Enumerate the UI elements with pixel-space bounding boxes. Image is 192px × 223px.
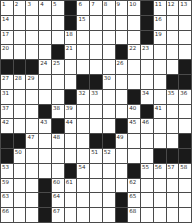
clue-number: 20 — [2, 45, 9, 51]
white-cell-r2-c8[interactable] — [90, 16, 102, 30]
white-cell-r7-c4[interactable] — [39, 90, 51, 104]
clue-number: 25 — [53, 60, 60, 66]
white-cell-r7-c12[interactable]: 34 — [141, 90, 153, 104]
white-cell-r4-c4[interactable] — [39, 45, 51, 59]
white-cell-r11-c7[interactable] — [77, 149, 89, 163]
white-cell-r7-c8[interactable]: 33 — [90, 90, 102, 104]
white-cell-r12-c5[interactable] — [52, 164, 64, 178]
white-cell-r1-c8[interactable]: 7 — [90, 1, 102, 15]
white-cell-r14-c11[interactable]: 65 — [128, 193, 140, 207]
white-cell-r11-c5[interactable] — [52, 149, 64, 163]
white-cell-r12-c4[interactable] — [39, 164, 51, 178]
white-cell-r14-c1[interactable]: 63 — [1, 193, 13, 207]
white-cell-r15-c13[interactable] — [154, 208, 166, 222]
white-cell-r3-c14[interactable] — [167, 31, 179, 45]
black-cell-r10-c15 — [179, 134, 191, 148]
black-cell-r2-c6 — [65, 16, 77, 30]
clue-number: 9 — [117, 1, 121, 7]
clue-number: 51 — [91, 149, 98, 155]
clue-number: 1 — [2, 1, 6, 7]
clue-number: 53 — [2, 164, 9, 170]
black-cell-r12-c6 — [65, 164, 77, 178]
white-cell-r9-c3[interactable] — [26, 119, 38, 133]
black-cell-r5-c15 — [179, 60, 191, 74]
white-cell-r6-c3[interactable]: 29 — [26, 75, 38, 89]
black-cell-r11-c13 — [154, 149, 166, 163]
white-cell-r6-c1[interactable]: 27 — [1, 75, 13, 89]
white-cell-r9-c7[interactable] — [77, 119, 89, 133]
white-cell-r4-c3[interactable] — [26, 45, 38, 59]
clue-number: 33 — [91, 90, 98, 96]
white-cell-r8-c9[interactable] — [103, 105, 115, 119]
white-cell-r11-c2[interactable]: 50 — [14, 149, 26, 163]
white-cell-r5-c8[interactable] — [90, 60, 102, 74]
white-cell-r6-c2[interactable]: 28 — [14, 75, 26, 89]
white-cell-r12-c15[interactable]: 58 — [179, 164, 191, 178]
white-cell-r9-c15[interactable] — [179, 119, 191, 133]
crossword-grid: 1234567891011121314151617181920212223242… — [0, 0, 192, 223]
white-cell-r4-c1[interactable]: 20 — [1, 45, 13, 59]
black-cell-r6-c8 — [90, 75, 102, 89]
white-cell-r5-c7[interactable] — [77, 60, 89, 74]
white-cell-r2-c10[interactable] — [116, 16, 128, 30]
white-cell-r8-c11[interactable]: 40 — [128, 105, 140, 119]
clue-number: 6 — [78, 1, 82, 7]
white-cell-r12-c12[interactable]: 55 — [141, 164, 153, 178]
white-cell-r15-c7[interactable] — [77, 208, 89, 222]
black-cell-r8-c4 — [39, 105, 51, 119]
black-cell-r10-c9 — [103, 134, 115, 148]
white-cell-r2-c1[interactable]: 14 — [1, 16, 13, 30]
white-cell-r3-c3[interactable] — [26, 31, 38, 45]
clue-number: 57 — [168, 164, 175, 170]
clue-number: 11 — [155, 1, 162, 7]
white-cell-r7-c2[interactable] — [14, 90, 26, 104]
white-cell-r7-c3[interactable] — [26, 90, 38, 104]
white-cell-r15-c2[interactable] — [14, 208, 26, 222]
black-cell-r3-c12 — [141, 31, 153, 45]
clue-number: 67 — [53, 208, 60, 214]
white-cell-r8-c3[interactable] — [26, 105, 38, 119]
clue-number: 48 — [53, 134, 60, 140]
white-cell-r15-c6[interactable] — [65, 208, 77, 222]
white-cell-r14-c8[interactable] — [90, 193, 102, 207]
white-cell-r8-c15[interactable] — [179, 105, 191, 119]
white-cell-r7-c15[interactable]: 36 — [179, 90, 191, 104]
white-cell-r7-c13[interactable] — [154, 90, 166, 104]
white-cell-r15-c12[interactable] — [141, 208, 153, 222]
white-cell-r12-c10[interactable] — [116, 164, 128, 178]
clue-number: 41 — [155, 105, 162, 111]
clue-number: 8 — [104, 1, 108, 7]
white-cell-r13-c7[interactable] — [77, 179, 89, 193]
black-cell-r9-c10 — [116, 119, 128, 133]
clue-number: 64 — [53, 193, 60, 199]
white-cell-r4-c8[interactable] — [90, 45, 102, 59]
white-cell-r12-c14[interactable]: 57 — [167, 164, 179, 178]
white-cell-r10-c7[interactable] — [77, 134, 89, 148]
white-cell-r14-c14[interactable] — [167, 193, 179, 207]
white-cell-r4-c15[interactable] — [179, 45, 191, 59]
black-cell-r15-c10 — [116, 208, 128, 222]
white-cell-r1-c10[interactable]: 9 — [116, 1, 128, 15]
black-cell-r9-c5 — [52, 119, 64, 133]
clue-number: 29 — [27, 75, 34, 81]
white-cell-r11-c9[interactable]: 52 — [103, 149, 115, 163]
white-cell-r10-c13[interactable] — [154, 134, 166, 148]
white-cell-r3-c4[interactable] — [39, 31, 51, 45]
white-cell-r15-c14[interactable] — [167, 208, 179, 222]
white-cell-r2-c2[interactable] — [14, 16, 26, 30]
clue-number: 16 — [155, 16, 162, 22]
white-cell-r10-c4[interactable] — [39, 134, 51, 148]
clue-number: 28 — [15, 75, 22, 81]
clue-number: 13 — [180, 1, 187, 7]
white-cell-r9-c9[interactable] — [103, 119, 115, 133]
clue-number: 62 — [129, 179, 136, 185]
white-cell-r12-c1[interactable]: 53 — [1, 164, 13, 178]
white-cell-r13-c1[interactable]: 59 — [1, 179, 13, 193]
clue-number: 18 — [66, 31, 73, 37]
white-cell-r9-c1[interactable]: 42 — [1, 119, 13, 133]
white-cell-r3-c9[interactable] — [103, 31, 115, 45]
black-cell-r6-c15 — [179, 75, 191, 89]
white-cell-r6-c12[interactable] — [141, 75, 153, 89]
clue-number: 45 — [129, 119, 136, 125]
white-cell-r14-c9[interactable] — [103, 193, 115, 207]
white-cell-r11-c11[interactable] — [128, 149, 140, 163]
white-cell-r1-c3[interactable]: 3 — [26, 1, 38, 15]
white-cell-r13-c6[interactable]: 61 — [65, 179, 77, 193]
white-cell-r8-c2[interactable] — [14, 105, 26, 119]
clue-number: 59 — [2, 179, 9, 185]
white-cell-r10-c3[interactable]: 47 — [26, 134, 38, 148]
white-cell-r1-c7[interactable]: 6 — [77, 1, 89, 15]
clue-number: 2 — [15, 1, 19, 7]
clue-number: 55 — [142, 164, 149, 170]
clue-number: 42 — [2, 119, 9, 125]
white-cell-r1-c2[interactable]: 2 — [14, 1, 26, 15]
white-cell-r13-c8[interactable] — [90, 179, 102, 193]
white-cell-r9-c4[interactable]: 43 — [39, 119, 51, 133]
white-cell-r11-c10[interactable] — [116, 149, 128, 163]
white-cell-r3-c2[interactable] — [14, 31, 26, 45]
clue-number: 66 — [2, 208, 9, 214]
white-cell-r8-c1[interactable]: 37 — [1, 105, 13, 119]
clue-number: 4 — [40, 1, 44, 7]
white-cell-r13-c15[interactable] — [179, 179, 191, 193]
white-cell-r9-c13[interactable] — [154, 119, 166, 133]
clue-number: 35 — [168, 90, 175, 96]
white-cell-r2-c11[interactable] — [128, 16, 140, 30]
black-cell-r6-c7 — [77, 75, 89, 89]
clue-number: 61 — [66, 179, 73, 185]
white-cell-r10-c11[interactable] — [128, 134, 140, 148]
black-cell-r7-c11 — [128, 90, 140, 104]
white-cell-r7-c5[interactable] — [52, 90, 64, 104]
white-cell-r13-c5[interactable]: 60 — [52, 179, 64, 193]
clue-number: 54 — [78, 164, 85, 170]
white-cell-r7-c1[interactable]: 31 — [1, 90, 13, 104]
white-cell-r6-c5[interactable] — [52, 75, 64, 89]
white-cell-r5-c12[interactable] — [141, 60, 153, 74]
black-cell-r4-c10 — [116, 45, 128, 59]
white-cell-r8-c14[interactable] — [167, 105, 179, 119]
clue-number: 22 — [129, 45, 136, 51]
black-cell-r2-c12 — [141, 16, 153, 30]
clue-number: 3 — [27, 1, 31, 7]
black-cell-r13-c4 — [39, 179, 51, 193]
white-cell-r3-c11[interactable] — [128, 31, 140, 45]
clue-number: 21 — [66, 45, 73, 51]
black-cell-r1-c12 — [141, 1, 153, 15]
clue-number: 50 — [15, 149, 22, 155]
white-cell-r14-c13[interactable] — [154, 193, 166, 207]
white-cell-r13-c13[interactable] — [154, 179, 166, 193]
black-cell-r5-c3 — [26, 60, 38, 74]
white-cell-r6-c13[interactable] — [154, 75, 166, 89]
white-cell-r4-c9[interactable] — [103, 45, 115, 59]
white-cell-r3-c7[interactable] — [77, 31, 89, 45]
white-cell-r4-c7[interactable] — [77, 45, 89, 59]
black-cell-r5-c1 — [1, 60, 13, 74]
clue-number: 30 — [104, 75, 111, 81]
white-cell-r9-c14[interactable] — [167, 119, 179, 133]
white-cell-r9-c12[interactable]: 46 — [141, 119, 153, 133]
white-cell-r5-c14[interactable] — [167, 60, 179, 74]
white-cell-r13-c11[interactable]: 62 — [128, 179, 140, 193]
clue-number: 32 — [78, 90, 85, 96]
white-cell-r14-c3[interactable] — [26, 193, 38, 207]
clue-number: 34 — [142, 90, 149, 96]
black-cell-r12-c11 — [128, 164, 140, 178]
white-cell-r4-c13[interactable] — [154, 45, 166, 59]
white-cell-r4-c6[interactable]: 21 — [65, 45, 77, 59]
white-cell-r2-c7[interactable]: 15 — [77, 16, 89, 30]
clue-number: 56 — [155, 164, 162, 170]
white-cell-r6-c6[interactable] — [65, 75, 77, 89]
clue-number: 65 — [129, 193, 136, 199]
white-cell-r11-c3[interactable] — [26, 149, 38, 163]
clue-number: 38 — [53, 105, 60, 111]
black-cell-r11-c15 — [179, 149, 191, 163]
white-cell-r2-c5[interactable] — [52, 16, 64, 30]
white-cell-r3-c15[interactable] — [179, 31, 191, 45]
white-cell-r12-c2[interactable] — [14, 164, 26, 178]
black-cell-r8-c12 — [141, 105, 153, 119]
white-cell-r7-c10[interactable] — [116, 90, 128, 104]
black-cell-r11-c1 — [1, 149, 13, 163]
white-cell-r14-c2[interactable] — [14, 193, 26, 207]
clue-number: 14 — [2, 16, 9, 22]
clue-number: 19 — [155, 31, 162, 37]
white-cell-r12-c8[interactable] — [90, 164, 102, 178]
white-cell-r8-c10[interactable] — [116, 105, 128, 119]
white-cell-r13-c14[interactable] — [167, 179, 179, 193]
clue-number: 24 — [40, 60, 47, 66]
white-cell-r4-c11[interactable]: 22 — [128, 45, 140, 59]
white-cell-r9-c2[interactable] — [14, 119, 26, 133]
white-cell-r11-c12[interactable] — [141, 149, 153, 163]
white-cell-r15-c3[interactable] — [26, 208, 38, 222]
white-cell-r13-c9[interactable] — [103, 179, 115, 193]
white-cell-r14-c12[interactable] — [141, 193, 153, 207]
white-cell-r3-c13[interactable]: 19 — [154, 31, 166, 45]
white-cell-r6-c11[interactable] — [128, 75, 140, 89]
white-cell-r15-c15[interactable] — [179, 208, 191, 222]
white-cell-r11-c4[interactable] — [39, 149, 51, 163]
black-cell-r14-c10 — [116, 193, 128, 207]
white-cell-r15-c9[interactable] — [103, 208, 115, 222]
clue-number: 23 — [142, 45, 149, 51]
white-cell-r3-c5[interactable] — [52, 31, 64, 45]
white-cell-r12-c7[interactable]: 54 — [77, 164, 89, 178]
white-cell-r8-c6[interactable]: 39 — [65, 105, 77, 119]
white-cell-r15-c11[interactable]: 68 — [128, 208, 140, 222]
clue-number: 47 — [27, 134, 34, 140]
white-cell-r14-c7[interactable] — [77, 193, 89, 207]
white-cell-r2-c3[interactable] — [26, 16, 38, 30]
white-cell-r11-c6[interactable] — [65, 149, 77, 163]
white-cell-r15-c5[interactable]: 67 — [52, 208, 64, 222]
clue-number: 10 — [129, 1, 136, 7]
clue-number: 63 — [2, 193, 9, 199]
white-cell-r9-c8[interactable] — [90, 119, 102, 133]
white-cell-r9-c6[interactable]: 44 — [65, 119, 77, 133]
white-cell-r1-c4[interactable]: 4 — [39, 1, 51, 15]
black-cell-r4-c5 — [52, 45, 64, 59]
clue-number: 60 — [53, 179, 60, 185]
black-cell-r5-c2 — [14, 60, 26, 74]
clue-number: 26 — [117, 60, 124, 66]
white-cell-r13-c3[interactable] — [26, 179, 38, 193]
white-cell-r1-c15[interactable]: 13 — [179, 1, 191, 15]
clue-number: 52 — [104, 149, 111, 155]
white-cell-r8-c8[interactable] — [90, 105, 102, 119]
white-cell-r15-c1[interactable]: 66 — [1, 208, 13, 222]
white-cell-r2-c9[interactable] — [103, 16, 115, 30]
black-cell-r7-c6 — [65, 90, 77, 104]
clue-number: 31 — [2, 90, 9, 96]
white-cell-r5-c11[interactable] — [128, 60, 140, 74]
white-cell-r5-c5[interactable]: 25 — [52, 60, 64, 74]
white-cell-r4-c12[interactable]: 23 — [141, 45, 153, 59]
black-cell-r10-c1 — [1, 134, 13, 148]
white-cell-r10-c6[interactable] — [65, 134, 77, 148]
white-cell-r11-c8[interactable]: 51 — [90, 149, 102, 163]
white-cell-r3-c6[interactable]: 18 — [65, 31, 77, 45]
black-cell-r6-c14 — [167, 75, 179, 89]
white-cell-r2-c15[interactable] — [179, 16, 191, 30]
white-cell-r2-c13[interactable]: 16 — [154, 16, 166, 30]
white-cell-r1-c14[interactable]: 12 — [167, 1, 179, 15]
white-cell-r13-c2[interactable] — [14, 179, 26, 193]
black-cell-r15-c4 — [39, 208, 51, 222]
white-cell-r8-c13[interactable]: 41 — [154, 105, 166, 119]
white-cell-r6-c4[interactable] — [39, 75, 51, 89]
clue-number: 49 — [117, 134, 124, 140]
clue-number: 15 — [78, 16, 85, 22]
white-cell-r12-c13[interactable]: 56 — [154, 164, 166, 178]
white-cell-r1-c5[interactable]: 5 — [52, 1, 64, 15]
white-cell-r14-c5[interactable]: 64 — [52, 193, 64, 207]
clue-number: 7 — [91, 1, 95, 7]
white-cell-r12-c3[interactable] — [26, 164, 38, 178]
white-cell-r3-c1[interactable]: 17 — [1, 31, 13, 45]
clue-number: 44 — [66, 119, 73, 125]
white-cell-r2-c14[interactable] — [167, 16, 179, 30]
white-cell-r5-c4[interactable]: 24 — [39, 60, 51, 74]
white-cell-r13-c12[interactable] — [141, 179, 153, 193]
clue-number: 27 — [2, 75, 9, 81]
white-cell-r9-c11[interactable]: 45 — [128, 119, 140, 133]
black-cell-r10-c8 — [90, 134, 102, 148]
black-cell-r11-c14 — [167, 149, 179, 163]
white-cell-r14-c15[interactable] — [179, 193, 191, 207]
clue-number: 43 — [40, 119, 47, 125]
clue-number: 37 — [2, 105, 9, 111]
white-cell-r7-c9[interactable] — [103, 90, 115, 104]
white-cell-r10-c12[interactable] — [141, 134, 153, 148]
black-cell-r14-c4 — [39, 193, 51, 207]
white-cell-r1-c13[interactable]: 11 — [154, 1, 166, 15]
clue-number: 17 — [2, 31, 9, 37]
white-cell-r3-c10[interactable] — [116, 31, 128, 45]
white-cell-r3-c8[interactable] — [90, 31, 102, 45]
white-cell-r6-c9[interactable]: 30 — [103, 75, 115, 89]
white-cell-r7-c14[interactable]: 35 — [167, 90, 179, 104]
white-cell-r12-c9[interactable] — [103, 164, 115, 178]
white-cell-r4-c14[interactable] — [167, 45, 179, 59]
white-cell-r5-c10[interactable]: 26 — [116, 60, 128, 74]
black-cell-r1-c6 — [65, 1, 77, 15]
white-cell-r4-c2[interactable] — [14, 45, 26, 59]
clue-number: 40 — [129, 105, 136, 111]
white-cell-r7-c7[interactable]: 32 — [77, 90, 89, 104]
white-cell-r5-c6[interactable] — [65, 60, 77, 74]
clue-number: 68 — [129, 208, 136, 214]
clue-number: 36 — [180, 90, 187, 96]
white-cell-r1-c9[interactable]: 8 — [103, 1, 115, 15]
clue-number: 58 — [180, 164, 187, 170]
clue-number: 12 — [168, 1, 175, 7]
white-cell-r8-c5[interactable]: 38 — [52, 105, 64, 119]
black-cell-r10-c2 — [14, 134, 26, 148]
white-cell-r10-c14[interactable] — [167, 134, 179, 148]
white-cell-r1-c11[interactable]: 10 — [128, 1, 140, 15]
white-cell-r5-c13[interactable] — [154, 60, 166, 74]
white-cell-r10-c10[interactable]: 49 — [116, 134, 128, 148]
white-cell-r8-c7[interactable] — [77, 105, 89, 119]
white-cell-r2-c4[interactable] — [39, 16, 51, 30]
white-cell-r15-c8[interactable] — [90, 208, 102, 222]
white-cell-r5-c9[interactable] — [103, 60, 115, 74]
clue-number: 5 — [53, 1, 57, 7]
white-cell-r10-c5[interactable]: 48 — [52, 134, 64, 148]
white-cell-r14-c6[interactable] — [65, 193, 77, 207]
clue-number: 46 — [142, 119, 149, 125]
white-cell-r6-c10[interactable] — [116, 75, 128, 89]
white-cell-r13-c10[interactable] — [116, 179, 128, 193]
white-cell-r1-c1[interactable]: 1 — [1, 1, 13, 15]
clue-number: 39 — [66, 105, 73, 111]
